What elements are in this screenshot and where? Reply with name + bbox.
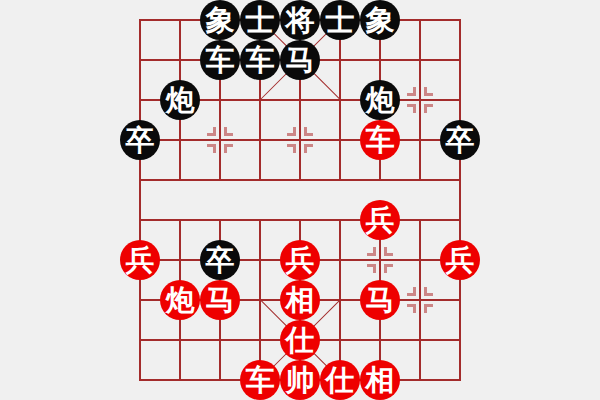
grid-line-vertical [419,219,421,381]
point-marker [407,304,416,313]
piece-black-general[interactable]: 将 [280,0,320,40]
piece-black-chariot[interactable]: 车 [200,40,240,80]
xiangqi-screenshot: 象士将士象车车马炮炮卒卒卒车兵兵兵兵炮马相马仕车帅仕相 [0,0,600,400]
piece-black-cannon[interactable]: 炮 [160,80,200,120]
grid-line-vertical [419,19,421,181]
point-marker [424,287,433,296]
piece-red-horse[interactable]: 马 [200,280,240,320]
piece-red-horse[interactable]: 马 [360,280,400,320]
piece-black-elephant[interactable]: 象 [200,0,240,40]
point-marker [207,144,216,153]
point-marker [424,304,433,313]
point-marker [304,144,313,153]
piece-black-cannon[interactable]: 炮 [360,80,400,120]
point-marker [367,247,376,256]
point-marker [287,127,296,136]
point-marker [424,87,433,96]
point-marker [287,144,296,153]
point-marker [304,127,313,136]
piece-red-soldier[interactable]: 兵 [440,240,480,280]
piece-red-chariot[interactable]: 车 [360,120,400,160]
grid-line-vertical [459,19,461,381]
piece-black-advisor[interactable]: 士 [320,0,360,40]
piece-red-general[interactable]: 帅 [280,360,320,400]
point-marker [367,264,376,273]
grid-line-vertical [139,19,141,381]
piece-black-chariot[interactable]: 车 [240,40,280,80]
piece-black-soldier[interactable]: 卒 [120,120,160,160]
xiangqi-board[interactable]: 象士将士象车车马炮炮卒卒卒车兵兵兵兵炮马相马仕车帅仕相 [0,0,600,400]
piece-red-chariot[interactable]: 车 [240,360,280,400]
point-marker [224,127,233,136]
piece-black-elephant[interactable]: 象 [360,0,400,40]
point-marker [224,144,233,153]
point-marker [407,104,416,113]
piece-red-advisor[interactable]: 仕 [280,320,320,360]
piece-red-soldier[interactable]: 兵 [360,200,400,240]
point-marker [407,287,416,296]
piece-red-soldier[interactable]: 兵 [280,240,320,280]
point-marker [384,247,393,256]
piece-red-elephant[interactable]: 相 [360,360,400,400]
piece-black-soldier[interactable]: 卒 [200,240,240,280]
piece-black-advisor[interactable]: 士 [240,0,280,40]
point-marker [207,127,216,136]
point-marker [424,104,433,113]
piece-black-soldier[interactable]: 卒 [440,120,480,160]
piece-black-horse[interactable]: 马 [280,40,320,80]
piece-red-cannon[interactable]: 炮 [160,280,200,320]
piece-red-soldier[interactable]: 兵 [120,240,160,280]
piece-red-elephant[interactable]: 相 [280,280,320,320]
piece-red-advisor[interactable]: 仕 [320,360,360,400]
point-marker [407,87,416,96]
point-marker [384,264,393,273]
